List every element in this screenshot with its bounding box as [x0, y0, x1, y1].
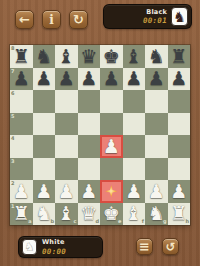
square-d7[interactable]: ♟: [78, 68, 101, 91]
menu-button[interactable]: ≡: [136, 238, 153, 255]
piece-white-pawn-e4[interactable]: ♟: [103, 137, 120, 156]
file-label-a: a: [28, 219, 31, 224]
piece-white-pawn-g2[interactable]: ♟: [148, 182, 165, 201]
square-e7[interactable]: ♟: [100, 68, 123, 91]
rank-label-6: 6: [11, 91, 14, 96]
square-a1[interactable]: 1a♜: [10, 203, 33, 226]
square-b4[interactable]: [33, 135, 56, 158]
square-e4[interactable]: ♟: [100, 135, 123, 158]
piece-black-pawn-e7[interactable]: ♟: [103, 69, 120, 88]
file-label-h: h: [185, 219, 189, 224]
rank-label-5: 5: [11, 114, 14, 119]
file-label-d: d: [95, 219, 99, 224]
square-b5[interactable]: [33, 113, 56, 136]
piece-white-bishop-f1[interactable]: ♝: [125, 204, 142, 223]
square-d3[interactable]: [78, 158, 101, 181]
square-h1[interactable]: h♜: [168, 203, 191, 226]
piece-white-pawn-c2[interactable]: ♟: [58, 182, 75, 201]
square-c4[interactable]: [55, 135, 78, 158]
white-player-info: White 00:00: [42, 239, 66, 255]
white-player-clock: 00:00: [42, 248, 66, 256]
chess-app: ← i ↻ Black 00:01 ♞ 8♜♞♝♛♚♝♞♜7♟♟♟♟♟♟♟♟65…: [0, 0, 200, 266]
piece-black-pawn-h7[interactable]: ♟: [170, 69, 187, 88]
piece-black-knight-b8[interactable]: ♞: [35, 47, 52, 66]
square-g3[interactable]: [145, 158, 168, 181]
square-h4[interactable]: [168, 135, 191, 158]
file-label-e: e: [118, 219, 121, 224]
black-player-name: Black: [146, 9, 167, 16]
black-player-clock: 00:01: [143, 17, 167, 25]
square-a3[interactable]: 3: [10, 158, 33, 181]
square-h5[interactable]: [168, 113, 191, 136]
white-player-avatar: ♘: [22, 239, 37, 255]
rank-label-3: 3: [11, 159, 14, 164]
piece-black-rook-a8[interactable]: ♜: [13, 47, 30, 66]
square-b6[interactable]: [33, 90, 56, 113]
square-h8[interactable]: ♜: [168, 45, 191, 68]
square-a6[interactable]: 6: [10, 90, 33, 113]
piece-black-pawn-c7[interactable]: ♟: [58, 69, 75, 88]
white-player-name: White: [42, 239, 65, 246]
chess-board: 8♜♞♝♛♚♝♞♜7♟♟♟♟♟♟♟♟654♟32♟♟♟♟♟♟♟1a♜b♞c♝d♛…: [10, 45, 190, 225]
info-icon: i: [49, 14, 54, 26]
square-e1[interactable]: e♚: [100, 203, 123, 226]
black-player-info: Black 00:01: [143, 9, 167, 25]
piece-white-pawn-d2[interactable]: ♟: [80, 182, 97, 201]
piece-black-bishop-c8[interactable]: ♝: [58, 47, 75, 66]
piece-black-bishop-f8[interactable]: ♝: [125, 47, 142, 66]
square-a5[interactable]: 5: [10, 113, 33, 136]
square-c7[interactable]: ♟: [55, 68, 78, 91]
restart-button[interactable]: ↻: [69, 10, 88, 29]
square-g8[interactable]: ♞: [145, 45, 168, 68]
rank-label-1: 1: [11, 204, 14, 209]
black-player-panel: Black 00:01 ♞: [103, 4, 192, 29]
square-a2[interactable]: 2♟: [10, 180, 33, 203]
square-b1[interactable]: b♞: [33, 203, 56, 226]
black-knight-icon: ♞: [173, 10, 186, 24]
square-e8[interactable]: ♚: [100, 45, 123, 68]
square-h3[interactable]: [168, 158, 191, 181]
piece-white-pawn-f2[interactable]: ♟: [125, 182, 142, 201]
piece-black-king-e8[interactable]: ♚: [103, 47, 120, 66]
square-b3[interactable]: [33, 158, 56, 181]
square-e2[interactable]: [100, 180, 123, 203]
piece-black-pawn-d7[interactable]: ♟: [80, 69, 97, 88]
file-label-f: f: [142, 219, 144, 224]
piece-black-pawn-a7[interactable]: ♟: [13, 69, 30, 88]
square-c3[interactable]: [55, 158, 78, 181]
square-e5[interactable]: [100, 113, 123, 136]
back-button[interactable]: ←: [15, 10, 34, 29]
square-g4[interactable]: [145, 135, 168, 158]
square-f1[interactable]: f♝: [123, 203, 146, 226]
square-c1[interactable]: c♝: [55, 203, 78, 226]
piece-black-knight-g8[interactable]: ♞: [148, 47, 165, 66]
square-g6[interactable]: [145, 90, 168, 113]
square-h2[interactable]: ♟: [168, 180, 191, 203]
square-e3[interactable]: [100, 158, 123, 181]
square-b2[interactable]: ♟: [33, 180, 56, 203]
square-d1[interactable]: d♛: [78, 203, 101, 226]
piece-white-pawn-a2[interactable]: ♟: [13, 182, 30, 201]
square-d5[interactable]: [78, 113, 101, 136]
info-button[interactable]: i: [42, 10, 61, 29]
file-label-c: c: [74, 219, 77, 224]
square-f8[interactable]: ♝: [123, 45, 146, 68]
square-f4[interactable]: [123, 135, 146, 158]
square-d8[interactable]: ♛: [78, 45, 101, 68]
hamburger-menu-icon: ≡: [139, 240, 150, 253]
piece-white-pawn-h2[interactable]: ♟: [170, 182, 187, 201]
square-c8[interactable]: ♝: [55, 45, 78, 68]
square-g7[interactable]: ♟: [145, 68, 168, 91]
white-knight-icon: ♘: [24, 241, 35, 253]
file-label-g: g: [163, 219, 167, 224]
file-label-b: b: [50, 219, 54, 224]
move-origin-star-icon: [105, 185, 117, 197]
rank-label-2: 2: [11, 181, 14, 186]
square-f2[interactable]: ♟: [123, 180, 146, 203]
back-arrow-icon: ←: [19, 13, 30, 26]
square-b7[interactable]: ♟: [33, 68, 56, 91]
restart-icon: ↻: [73, 13, 84, 26]
square-f5[interactable]: [123, 113, 146, 136]
square-b8[interactable]: ♞: [33, 45, 56, 68]
square-f3[interactable]: [123, 158, 146, 181]
undo-button[interactable]: ↺: [162, 238, 179, 255]
square-d6[interactable]: [78, 90, 101, 113]
piece-black-pawn-f7[interactable]: ♟: [125, 69, 142, 88]
square-g2[interactable]: ♟: [145, 180, 168, 203]
square-g1[interactable]: g♞: [145, 203, 168, 226]
square-h6[interactable]: [168, 90, 191, 113]
square-g5[interactable]: [145, 113, 168, 136]
square-a7[interactable]: 7♟: [10, 68, 33, 91]
square-d4[interactable]: [78, 135, 101, 158]
square-f6[interactable]: [123, 90, 146, 113]
piece-black-pawn-g7[interactable]: ♟: [148, 69, 165, 88]
black-player-avatar: ♞: [171, 7, 188, 26]
rank-label-4: 4: [11, 136, 14, 141]
square-c6[interactable]: [55, 90, 78, 113]
piece-white-pawn-b2[interactable]: ♟: [35, 182, 52, 201]
square-e6[interactable]: [100, 90, 123, 113]
square-c5[interactable]: [55, 113, 78, 136]
square-a8[interactable]: 8♜: [10, 45, 33, 68]
white-player-panel: ♘ White 00:00: [18, 236, 103, 258]
piece-black-queen-d8[interactable]: ♛: [80, 47, 97, 66]
rank-label-7: 7: [11, 69, 14, 74]
rank-label-8: 8: [11, 46, 14, 51]
square-h7[interactable]: ♟: [168, 68, 191, 91]
square-f7[interactable]: ♟: [123, 68, 146, 91]
piece-black-rook-h8[interactable]: ♜: [170, 47, 187, 66]
piece-white-bishop-c1[interactable]: ♝: [58, 204, 75, 223]
piece-black-pawn-b7[interactable]: ♟: [35, 69, 52, 88]
square-a4[interactable]: 4: [10, 135, 33, 158]
square-d2[interactable]: ♟: [78, 180, 101, 203]
undo-arrow-icon: ↺: [165, 241, 175, 253]
square-c2[interactable]: ♟: [55, 180, 78, 203]
